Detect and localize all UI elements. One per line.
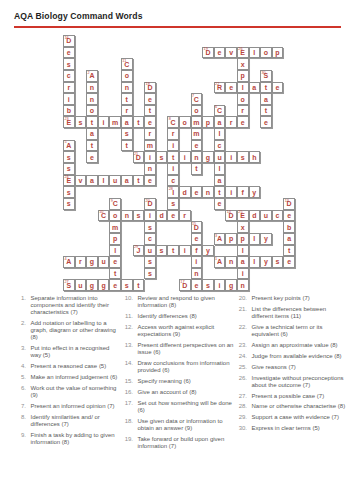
empty-cell (202, 82, 214, 94)
cell-letter: t (114, 270, 116, 277)
grid-cell: 17D (179, 279, 191, 291)
empty-cell (202, 70, 214, 82)
grid-cell: n (121, 210, 133, 222)
cell-letter: r (183, 212, 186, 219)
cell-letter: e (218, 49, 222, 56)
clue-item: 27.Present a possible case (7) (235, 393, 348, 400)
empty-cell (202, 175, 214, 187)
grid-cell: e (191, 186, 203, 198)
grid-cell: u (109, 175, 121, 187)
cell-letter: n (229, 258, 233, 265)
grid-cell: 13D (283, 198, 295, 210)
cell-letter: e (229, 84, 233, 91)
cell-clue-number: 17 (180, 280, 184, 284)
cell-letter: e (276, 84, 280, 91)
clue-text: Investigate without preconceptions about… (252, 375, 349, 389)
empty-cell (133, 47, 145, 59)
cell-letter: e (148, 119, 152, 126)
cell-clue-number: 6 (215, 105, 217, 109)
clue-text: Give a technical term or its equivalent … (252, 324, 349, 338)
empty-cell (156, 163, 168, 175)
grid-cell: n (144, 163, 156, 175)
empty-cell (191, 210, 203, 222)
empty-cell (86, 268, 98, 280)
grid-cell: i (179, 151, 191, 163)
cell-letter: s (67, 61, 71, 68)
grid-cell: s (144, 256, 156, 268)
cell-letter: l (242, 247, 244, 254)
empty-cell (260, 151, 272, 163)
cell-letter: l (253, 258, 255, 265)
cell-letter: t (195, 165, 197, 172)
cell-letter: u (78, 282, 82, 289)
cell-letter: i (184, 247, 186, 254)
empty-cell (167, 233, 179, 245)
grid-cell: y (260, 233, 272, 245)
clue-text: Make an informed judgement (6) (31, 374, 118, 381)
empty-cell (283, 93, 295, 105)
grid-cell: i (191, 256, 203, 268)
empty-cell (63, 210, 75, 222)
empty-cell (109, 128, 121, 140)
empty-cell (225, 58, 237, 70)
empty-cell (283, 58, 295, 70)
clue-text: Put into effect in a recognised way (5) (31, 345, 122, 359)
grid-cell: 20D (144, 198, 156, 210)
cell-letter: i (103, 119, 105, 126)
empty-cell (98, 221, 110, 233)
empty-cell (121, 47, 133, 59)
empty-cell (156, 186, 168, 198)
cell-letter: m (193, 119, 199, 126)
clue-text: Identify similarities and/ or difference… (31, 414, 122, 428)
empty-cell (167, 105, 179, 117)
clue-number: 2. (14, 320, 26, 341)
grid-cell: l (237, 82, 249, 94)
cell-letter: m (112, 119, 118, 126)
grid-cell: t (121, 93, 133, 105)
empty-cell (202, 140, 214, 152)
empty-cell (133, 198, 145, 210)
empty-cell (75, 163, 87, 175)
empty-cell (202, 221, 214, 233)
grid-cell: s (75, 116, 87, 128)
empty-cell (144, 279, 156, 291)
empty-cell (249, 58, 261, 70)
grid-cell: o (121, 70, 133, 82)
empty-cell (283, 140, 295, 152)
grid-cell: 16D (63, 35, 75, 47)
clue-number: 3. (14, 345, 26, 359)
grid-cell: i (237, 268, 249, 280)
grid-cell: r (225, 116, 237, 128)
grid-cell: 24E (63, 175, 75, 187)
cell-clue-number: 11 (122, 59, 126, 63)
grid-cell: u (144, 245, 156, 257)
cell-letter: u (217, 154, 221, 161)
grid-cell: s (272, 256, 284, 268)
cell-letter: C (171, 119, 176, 126)
cell-letter: e (113, 258, 117, 265)
grid-cell: e (167, 210, 179, 222)
cell-letter: a (241, 258, 245, 265)
cell-letter: y (264, 235, 268, 242)
cell-letter: e (194, 235, 198, 242)
grid-cell: n (191, 151, 203, 163)
cell-letter: g (90, 258, 94, 265)
grid-cell: i (225, 186, 237, 198)
cell-letter: x (241, 61, 245, 68)
empty-cell (214, 221, 226, 233)
empty-cell (260, 198, 272, 210)
cell-clue-number: 19 (204, 47, 208, 51)
clue-text: Access worth against explicit expectatio… (138, 324, 235, 338)
empty-cell (167, 221, 179, 233)
cell-letter: o (183, 119, 187, 126)
cell-letter: g (90, 282, 94, 289)
clue-number: 12. (121, 324, 133, 338)
clue-text: Support a case with evidence (7) (252, 414, 339, 421)
grid-cell: l (249, 256, 261, 268)
grid-cell: e (283, 256, 295, 268)
cell-letter: s (171, 200, 175, 207)
empty-cell (179, 140, 191, 152)
grid-cell: e (260, 116, 272, 128)
empty-cell (249, 93, 261, 105)
empty-cell (225, 93, 237, 105)
empty-cell (156, 256, 168, 268)
clue-item: 9.Finish a task by adding to given infor… (14, 432, 121, 446)
empty-cell (225, 268, 237, 280)
grid-cell: p (237, 70, 249, 82)
empty-cell (283, 186, 295, 198)
empty-cell (249, 221, 261, 233)
empty-cell (109, 58, 121, 70)
clue-item: 8.Identify similarities and/ or differen… (14, 414, 121, 428)
empty-cell (109, 93, 121, 105)
cell-letter: e (241, 119, 245, 126)
cell-letter: o (194, 107, 198, 114)
clue-text: Finish a task by adding to given informa… (31, 432, 122, 446)
clue-text: Take forward or build upon given informa… (138, 436, 235, 450)
empty-cell (249, 198, 261, 210)
clue-text: Specify meaning (6) (138, 378, 191, 385)
cell-letter: l (114, 247, 116, 254)
cell-letter: n (241, 282, 245, 289)
grid-cell: t (260, 105, 272, 117)
grid-cell: s (156, 245, 168, 257)
grid-cell: t (133, 175, 145, 187)
empty-cell (260, 186, 272, 198)
empty-cell (272, 128, 284, 140)
empty-cell (214, 210, 226, 222)
empty-cell (133, 93, 145, 105)
cell-letter: e (113, 282, 117, 289)
cell-letter: a (264, 96, 268, 103)
cell-letter: o (264, 49, 268, 56)
empty-cell (75, 58, 87, 70)
empty-cell (121, 268, 133, 280)
empty-cell (202, 268, 214, 280)
clue-item: 5.Make an informed judgement (6) (14, 374, 121, 381)
empty-cell (133, 268, 145, 280)
cell-letter: e (194, 142, 198, 149)
grid-cell: t (121, 140, 133, 152)
grid-cell: i (63, 93, 75, 105)
cell-letter: i (230, 154, 232, 161)
cell-clue-number: 8 (169, 117, 171, 121)
empty-cell (249, 175, 261, 187)
empty-cell (86, 245, 98, 257)
empty-cell (272, 151, 284, 163)
empty-cell (272, 58, 284, 70)
empty-cell (272, 35, 284, 47)
empty-cell (98, 163, 110, 175)
grid-cell: 11C (121, 58, 133, 70)
cell-letter: A (66, 258, 71, 265)
empty-cell (179, 233, 191, 245)
cell-letter: y (252, 189, 256, 196)
empty-cell (156, 116, 168, 128)
empty-cell (283, 35, 295, 47)
grid-cell: a (214, 116, 226, 128)
empty-cell (75, 105, 87, 117)
cell-letter: e (171, 212, 175, 219)
empty-cell (98, 233, 110, 245)
grid-cell: s (63, 58, 75, 70)
grid-cell: l (249, 233, 261, 245)
cell-letter: u (113, 177, 117, 184)
empty-cell (156, 198, 168, 210)
grid-cell: g (86, 256, 98, 268)
clue-number: 17. (121, 400, 133, 414)
cell-letter: r (230, 119, 233, 126)
grid-cell: 27S (63, 279, 75, 291)
cell-letter: e (194, 189, 198, 196)
clue-number: 30. (235, 425, 247, 432)
cell-clue-number: 29 (134, 245, 138, 249)
cell-letter: t (172, 154, 174, 161)
empty-cell (75, 128, 87, 140)
cell-letter: c (218, 142, 222, 149)
empty-cell (283, 268, 295, 280)
grid-cell: a (283, 233, 295, 245)
grid-cell: 2A (86, 70, 98, 82)
empty-cell (144, 70, 156, 82)
grid-cell: 19D (202, 47, 214, 59)
cell-letter: i (149, 154, 151, 161)
grid-cell: i (144, 210, 156, 222)
title-underline-rule (14, 26, 341, 28)
grid-cell: l (98, 175, 110, 187)
empty-cell (98, 58, 110, 70)
grid-cell: t (214, 186, 226, 198)
clue-number: 10. (121, 295, 133, 309)
clue-text: List the differences between different i… (252, 306, 349, 320)
cell-letter: s (67, 154, 71, 161)
grid-cell: 23E (63, 116, 75, 128)
clue-text: Name or otherwise characterise (8) (252, 403, 346, 410)
empty-cell (283, 279, 295, 291)
clue-text: Separate information into components and… (31, 295, 122, 316)
grid-cell: d (156, 210, 168, 222)
clue-item: 12.Access worth against explicit expecta… (121, 324, 234, 338)
grid-cell: m (109, 221, 121, 233)
empty-cell (156, 93, 168, 105)
clue-number: 14. (121, 360, 133, 374)
grid-cell: p (109, 233, 121, 245)
empty-cell (283, 70, 295, 82)
grid-cell: r (63, 82, 75, 94)
clue-item: 13.Present different perspectives on an … (121, 342, 234, 356)
empty-cell (283, 151, 295, 163)
clue-number: 6. (14, 385, 26, 399)
cell-letter: e (194, 282, 198, 289)
cell-letter: s (160, 154, 164, 161)
clue-number: 9. (14, 432, 26, 446)
empty-cell (156, 233, 168, 245)
grid-cell: s (63, 186, 75, 198)
cell-clue-number: 5 (64, 140, 66, 144)
clue-text: Set out how something will be done (6) (138, 400, 235, 414)
cell-letter: m (112, 224, 118, 231)
empty-cell (121, 151, 133, 163)
grid-cell: s (63, 151, 75, 163)
grid-cell: x (237, 221, 249, 233)
clue-number: 27. (235, 393, 247, 400)
clue-item: 29.Support a case with evidence (7) (235, 414, 348, 421)
empty-cell (98, 105, 110, 117)
empty-cell (214, 70, 226, 82)
cell-letter: n (125, 212, 129, 219)
cell-letter: t (137, 119, 139, 126)
empty-cell (191, 198, 203, 210)
empty-cell (249, 116, 261, 128)
grid-cell: m (191, 116, 203, 128)
clue-text: Express in clear terms (5) (252, 425, 320, 432)
cell-letter: a (125, 177, 129, 184)
clue-text: Present a possible case (7) (252, 393, 325, 400)
clue-item: 4.Present a reasoned case (5) (14, 363, 121, 370)
grid-cell: n (237, 279, 249, 291)
empty-cell (249, 35, 261, 47)
grid-cell: n (225, 256, 237, 268)
cell-letter: i (184, 154, 186, 161)
grid-cell: a (260, 93, 272, 105)
empty-cell (109, 186, 121, 198)
grid-cell: a (86, 128, 98, 140)
grid-cell: x (237, 58, 249, 70)
grid-cell: s (167, 198, 179, 210)
empty-cell (237, 175, 249, 187)
cell-letter: e (287, 258, 291, 265)
empty-cell (98, 151, 110, 163)
cell-clue-number: 27 (64, 280, 68, 284)
cell-letter: p (229, 235, 233, 242)
grid-cell: 15D (191, 221, 203, 233)
cell-letter: n (206, 189, 210, 196)
crossword-grid: 16De19Dev26Elops11Cxc2Aop30Srnn18D22Rela… (63, 35, 295, 291)
cell-letter: v (229, 49, 233, 56)
cell-letter: c (67, 72, 71, 79)
empty-cell (202, 35, 214, 47)
empty-cell (283, 47, 295, 59)
cell-letter: i (230, 189, 232, 196)
clue-number: 22. (235, 324, 247, 338)
cell-letter: c (276, 212, 280, 219)
empty-cell (144, 35, 156, 47)
empty-cell (191, 35, 203, 47)
empty-cell (214, 93, 226, 105)
grid-cell: r (144, 128, 156, 140)
cell-letter: n (194, 154, 198, 161)
empty-cell (144, 47, 156, 59)
empty-cell (121, 198, 133, 210)
empty-cell (98, 128, 110, 140)
empty-cell (98, 186, 110, 198)
cell-letter: s (78, 119, 82, 126)
empty-cell (191, 82, 203, 94)
empty-cell (214, 58, 226, 70)
cell-letter: u (148, 247, 152, 254)
clue-number: 5. (14, 374, 26, 381)
empty-cell (214, 35, 226, 47)
empty-cell (133, 128, 145, 140)
empty-cell (272, 186, 284, 198)
clue-number: 11. (121, 313, 133, 320)
cell-clue-number: 20 (146, 199, 150, 203)
grid-cell: i (214, 279, 226, 291)
cell-letter: e (67, 49, 71, 56)
grid-cell: 26E (237, 47, 249, 59)
grid-cell: c (63, 70, 75, 82)
empty-cell (249, 105, 261, 117)
cell-letter: o (241, 96, 245, 103)
cell-letter: t (149, 107, 151, 114)
empty-cell (225, 245, 237, 257)
empty-cell (179, 47, 191, 59)
grid-cell: c (214, 140, 226, 152)
clue-text: Present key points (7) (252, 295, 310, 302)
cell-letter: u (101, 258, 105, 265)
grid-cell: 6C (214, 105, 226, 117)
empty-cell (109, 163, 121, 175)
cell-letter: n (148, 165, 152, 172)
grid-cell: 3A (214, 233, 226, 245)
empty-cell (144, 58, 156, 70)
clue-item: 30.Express in clear terms (5) (235, 425, 348, 432)
clue-text: Review and respond to given information … (138, 295, 235, 309)
grid-cell: 30S (260, 70, 272, 82)
empty-cell (179, 128, 191, 140)
cell-letter: a (90, 177, 94, 184)
grid-cell: e (283, 210, 295, 222)
cell-clue-number: 13 (285, 199, 289, 203)
grid-cell: a (237, 256, 249, 268)
cell-letter: p (241, 235, 245, 242)
cell-letter: a (287, 235, 291, 242)
grid-cell: u (98, 256, 110, 268)
cell-letter: t (91, 142, 93, 149)
empty-cell (75, 93, 87, 105)
clue-number: 4. (14, 363, 26, 370)
cell-clue-number: 25 (238, 210, 242, 214)
grid-cell: n (121, 82, 133, 94)
empty-cell (191, 175, 203, 187)
cell-letter: o (113, 212, 117, 219)
grid-cell: t (167, 151, 179, 163)
clue-item: 18.Use given data or information to obta… (121, 418, 234, 432)
